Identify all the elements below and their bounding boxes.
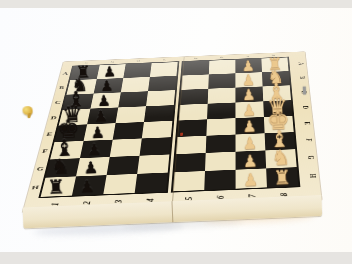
square [235,72,262,87]
square [41,176,76,196]
red-seam-mark [180,133,183,136]
square [76,157,110,176]
square [205,152,236,171]
square [261,57,288,72]
square [121,77,150,92]
square [123,63,151,78]
square [208,88,236,104]
square [103,174,137,194]
hinge-icon [303,87,306,95]
coordinate-label: F [294,136,324,144]
square [59,109,91,126]
square [137,154,169,173]
square [181,74,209,89]
coordinate-label: A [288,61,315,67]
square [146,90,175,106]
square [150,62,178,77]
camera-tilt-wrapper: ABCDEFGH ABCDEFGH 12345678 12345678 ♜♟♟♜… [0,1,352,260]
square [66,79,96,95]
board-half-right [171,57,301,193]
square [235,101,263,118]
rank-labels-right: ABCDEFGH [296,57,321,188]
square [208,73,235,88]
square [236,133,266,151]
square [235,86,263,102]
square [176,136,207,154]
square [206,135,236,153]
fold-seam-front-edge [171,201,173,222]
square [266,167,298,187]
square [173,171,205,191]
square [63,94,94,110]
square [140,137,171,155]
square [80,140,113,159]
square [113,122,144,140]
square [265,149,296,168]
square [236,150,267,169]
square [97,64,126,79]
square [174,153,205,172]
square [90,92,120,108]
square [135,173,168,193]
square [265,132,296,150]
product-photo-background: ABCDEFGH ABCDEFGH 12345678 12345678 ♜♟♟♜… [0,8,352,252]
chessboard: ABCDEFGH ABCDEFGH 12345678 12345678 ♜♟♟♜… [23,52,322,213]
square [72,175,107,195]
board-wood-surface: ABCDEFGH ABCDEFGH 12345678 12345678 [23,52,322,213]
square [235,117,264,135]
square [262,71,290,86]
square [179,104,208,121]
square [235,59,262,74]
square [180,89,208,105]
square [264,116,294,134]
square [204,170,235,190]
coordinate-label: H [297,172,329,180]
square [107,156,140,175]
square [94,78,124,94]
coordinate-label: B [289,74,316,80]
square [54,124,87,142]
square [70,65,100,80]
square [263,100,292,117]
brass-latch-icon [22,106,32,115]
square [148,76,176,91]
square [236,168,267,188]
square [84,123,116,141]
square [182,61,209,76]
square [50,141,84,160]
square [87,107,118,124]
square [209,60,236,75]
square [142,121,173,139]
coordinate-label: G [296,153,327,161]
square [110,138,142,157]
photo-bottom-border-band [0,252,352,264]
square [207,103,235,120]
square [116,106,146,123]
coordinate-label: D [291,104,320,111]
square [263,85,291,101]
square [45,158,79,177]
coordinate-label: E [293,120,322,127]
square [118,91,148,107]
square [206,118,235,136]
square [144,105,174,122]
playing-area [38,57,300,199]
